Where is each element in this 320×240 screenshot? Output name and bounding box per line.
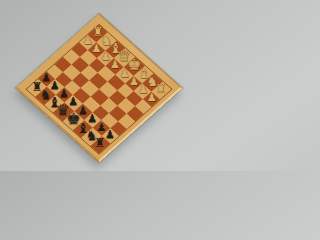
chess-board: ♜♞♝♛♚♝♞♜♟♟♟♟♟♟♟♟♟♟♟♟♟♟♟♟♜♞♝♛♚♝♞♜ [16, 14, 183, 163]
board-squares-grid: ♜♞♝♛♚♝♞♜♟♟♟♟♟♟♟♟♟♟♟♟♟♟♟♟♜♞♝♛♚♝♞♜ [25, 24, 172, 155]
piece-white-rook: ♜ [156, 83, 167, 95]
piece-black-rook: ♜ [95, 137, 106, 149]
photo-background: { "game": "chess", "scene": { "descripti… [0, 0, 200, 171]
